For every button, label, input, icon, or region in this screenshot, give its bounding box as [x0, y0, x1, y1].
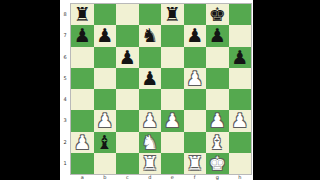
piece-white-pawn[interactable]: ♟ — [186, 69, 203, 88]
chess-board: ♜♜♚♟♟♞♟♟♟♟♟♟♟♟♟♟♟♟♝♞♝♜♜♚ — [71, 4, 251, 174]
square-f8[interactable] — [184, 4, 207, 25]
square-e1[interactable] — [161, 153, 184, 174]
piece-black-rook[interactable]: ♜ — [164, 5, 181, 24]
piece-black-pawn[interactable]: ♟ — [186, 26, 203, 45]
square-h5[interactable] — [229, 68, 252, 89]
rank-label-4: 4 — [60, 89, 70, 110]
square-g3[interactable]: ♟ — [206, 110, 229, 131]
square-b7[interactable]: ♟ — [94, 25, 117, 46]
letterbox-left — [0, 0, 60, 180]
square-h8[interactable] — [229, 4, 252, 25]
rank-label-8: 8 — [60, 4, 70, 25]
square-f4[interactable] — [184, 89, 207, 110]
file-label-c: c — [116, 175, 139, 180]
square-h1[interactable] — [229, 153, 252, 174]
square-b4[interactable] — [94, 89, 117, 110]
square-d5[interactable]: ♟ — [139, 68, 162, 89]
piece-white-pawn[interactable]: ♟ — [141, 111, 158, 130]
piece-black-king[interactable]: ♚ — [209, 5, 226, 24]
square-b3[interactable]: ♟ — [94, 110, 117, 131]
file-label-e: e — [161, 175, 184, 180]
piece-white-rook[interactable]: ♜ — [141, 154, 158, 173]
file-label-g: g — [206, 175, 229, 180]
square-e2[interactable] — [161, 132, 184, 153]
piece-white-king[interactable]: ♚ — [209, 154, 226, 173]
square-c4[interactable] — [116, 89, 139, 110]
square-h2[interactable] — [229, 132, 252, 153]
square-c1[interactable] — [116, 153, 139, 174]
file-label-f: f — [184, 175, 207, 180]
piece-black-rook[interactable]: ♜ — [74, 5, 91, 24]
piece-white-pawn[interactable]: ♟ — [231, 111, 248, 130]
square-g7[interactable]: ♟ — [206, 25, 229, 46]
square-h6[interactable]: ♟ — [229, 47, 252, 68]
square-g6[interactable] — [206, 47, 229, 68]
square-b1[interactable] — [94, 153, 117, 174]
piece-white-pawn[interactable]: ♟ — [96, 111, 113, 130]
square-c3[interactable] — [116, 110, 139, 131]
square-c6[interactable]: ♟ — [116, 47, 139, 68]
square-b2[interactable]: ♝ — [94, 132, 117, 153]
file-label-h: h — [229, 175, 252, 180]
square-f6[interactable] — [184, 47, 207, 68]
square-a6[interactable] — [71, 47, 94, 68]
square-d1[interactable]: ♜ — [139, 153, 162, 174]
square-e7[interactable] — [161, 25, 184, 46]
square-c8[interactable] — [116, 4, 139, 25]
piece-black-pawn[interactable]: ♟ — [141, 69, 158, 88]
square-f5[interactable]: ♟ — [184, 68, 207, 89]
square-d6[interactable] — [139, 47, 162, 68]
square-g8[interactable]: ♚ — [206, 4, 229, 25]
square-d3[interactable]: ♟ — [139, 110, 162, 131]
square-c7[interactable] — [116, 25, 139, 46]
rank-label-6: 6 — [60, 47, 70, 68]
piece-black-pawn[interactable]: ♟ — [231, 48, 248, 67]
piece-white-bishop[interactable]: ♝ — [209, 133, 226, 152]
square-e5[interactable] — [161, 68, 184, 89]
file-label-a: a — [71, 175, 94, 180]
piece-white-pawn[interactable]: ♟ — [74, 133, 91, 152]
square-a4[interactable] — [71, 89, 94, 110]
piece-black-knight[interactable]: ♞ — [141, 26, 158, 45]
square-f3[interactable] — [184, 110, 207, 131]
square-f2[interactable] — [184, 132, 207, 153]
piece-black-pawn[interactable]: ♟ — [209, 26, 226, 45]
square-e4[interactable] — [161, 89, 184, 110]
piece-white-rook[interactable]: ♜ — [186, 154, 203, 173]
piece-white-knight[interactable]: ♞ — [141, 133, 158, 152]
square-a3[interactable] — [71, 110, 94, 131]
square-d8[interactable] — [139, 4, 162, 25]
square-a2[interactable]: ♟ — [71, 132, 94, 153]
square-c2[interactable] — [116, 132, 139, 153]
square-g1[interactable]: ♚ — [206, 153, 229, 174]
square-h4[interactable] — [229, 89, 252, 110]
square-e8[interactable]: ♜ — [161, 4, 184, 25]
rank-label-2: 2 — [60, 132, 70, 153]
file-label-b: b — [94, 175, 117, 180]
rank-label-3: 3 — [60, 110, 70, 131]
square-e6[interactable] — [161, 47, 184, 68]
square-d4[interactable] — [139, 89, 162, 110]
square-h3[interactable]: ♟ — [229, 110, 252, 131]
rank-label-1: 1 — [60, 153, 70, 174]
square-b8[interactable] — [94, 4, 117, 25]
square-f7[interactable]: ♟ — [184, 25, 207, 46]
square-a5[interactable] — [71, 68, 94, 89]
square-d7[interactable]: ♞ — [139, 25, 162, 46]
square-g4[interactable] — [206, 89, 229, 110]
piece-black-bishop[interactable]: ♝ — [96, 133, 113, 152]
square-b5[interactable] — [94, 68, 117, 89]
square-a7[interactable]: ♟ — [71, 25, 94, 46]
letterbox-right — [253, 0, 320, 180]
piece-white-pawn[interactable]: ♟ — [164, 111, 181, 130]
square-a1[interactable] — [71, 153, 94, 174]
rank-label-5: 5 — [60, 68, 70, 89]
square-e3[interactable]: ♟ — [161, 110, 184, 131]
square-b6[interactable] — [94, 47, 117, 68]
square-g5[interactable] — [206, 68, 229, 89]
square-c5[interactable] — [116, 68, 139, 89]
file-label-d: d — [139, 175, 162, 180]
square-a8[interactable]: ♜ — [71, 4, 94, 25]
piece-black-pawn[interactable]: ♟ — [119, 48, 136, 67]
piece-black-pawn[interactable]: ♟ — [96, 26, 113, 45]
square-g2[interactable]: ♝ — [206, 132, 229, 153]
square-f1[interactable]: ♜ — [184, 153, 207, 174]
square-d2[interactable]: ♞ — [139, 132, 162, 153]
piece-white-pawn[interactable]: ♟ — [209, 111, 226, 130]
square-h7[interactable] — [229, 25, 252, 46]
rank-label-7: 7 — [60, 25, 70, 46]
chess-board-widget: ♜♜♚♟♟♞♟♟♟♟♟♟♟♟♟♟♟♟♝♞♝♜♜♚ 87654321abcdefg… — [60, 0, 253, 180]
piece-black-pawn[interactable]: ♟ — [74, 26, 91, 45]
